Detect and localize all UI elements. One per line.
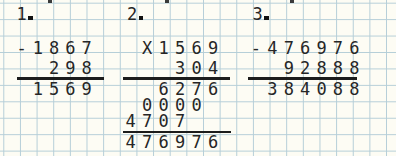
- digit: 6: [155, 135, 172, 150]
- digit: 6: [297, 41, 313, 56]
- digit: 4: [122, 135, 139, 150]
- digit: 7: [188, 135, 205, 150]
- digit: 6: [188, 41, 205, 56]
- digit: 9: [62, 61, 78, 76]
- difference-row: 384088: [264, 82, 362, 97]
- square-period-icon: [139, 16, 144, 21]
- partial-product-3-row: 4707: [122, 114, 188, 129]
- digit: 7: [139, 114, 156, 129]
- graph-paper-worksheet: 1-186729815692X1569304627600004707476976…: [0, 0, 396, 156]
- digit: 8: [346, 61, 362, 76]
- multiplicand-row: X1569: [139, 41, 222, 56]
- digit: 0: [155, 114, 172, 129]
- digit: 3: [264, 82, 280, 97]
- digit: 1: [30, 41, 46, 56]
- digit: 0: [313, 82, 329, 97]
- digit: 9: [281, 61, 297, 76]
- minuend-row: -476976: [248, 41, 363, 56]
- digit: 2: [297, 61, 313, 76]
- digit: 5: [46, 82, 62, 97]
- digit: 8: [330, 61, 346, 76]
- digit: 6: [205, 135, 222, 150]
- digit: 8: [346, 82, 362, 97]
- minus-sign: -: [13, 41, 29, 56]
- rule-line: [123, 77, 231, 79]
- problem-number: 1: [17, 4, 27, 24]
- product-row: 476976: [122, 135, 221, 150]
- digit: 9: [205, 41, 222, 56]
- digit: 4: [264, 41, 280, 56]
- digit: 6: [205, 82, 222, 97]
- digit: 3: [172, 61, 189, 76]
- square-period-icon: [264, 16, 269, 21]
- cutoff-mark-1: [48, 0, 52, 3]
- digit: 9: [78, 82, 94, 97]
- digit: 7: [139, 135, 156, 150]
- problem-label-1: 1: [17, 6, 33, 22]
- minus-sign: -: [248, 41, 264, 56]
- problem-number: 2: [127, 4, 137, 24]
- subtrahend-row: 298: [46, 61, 95, 76]
- multiply-sign: X: [139, 41, 156, 56]
- digit: 4: [122, 114, 139, 129]
- problem-label-2: 2: [127, 6, 143, 22]
- digit: 2: [46, 61, 62, 76]
- problem-label-3: 3: [253, 6, 269, 22]
- digit: 7: [78, 41, 94, 56]
- digit: 4: [297, 82, 313, 97]
- rule-line: [123, 131, 231, 133]
- digit: 8: [313, 61, 329, 76]
- digit: 8: [281, 82, 297, 97]
- digit: 0: [188, 61, 205, 76]
- digit: 6: [346, 41, 362, 56]
- digit: 1: [155, 41, 172, 56]
- digit: 8: [330, 82, 346, 97]
- digit: 8: [78, 61, 94, 76]
- digit: 7: [172, 114, 189, 129]
- rule-line: [248, 77, 357, 79]
- difference-row: 1569: [30, 82, 95, 97]
- digit: 9: [313, 41, 329, 56]
- digit: 7: [330, 41, 346, 56]
- digit: 6: [62, 82, 78, 97]
- cutoff-mark-2: [165, 0, 169, 3]
- digit: 8: [46, 41, 62, 56]
- multiplier-row: 304: [172, 61, 222, 76]
- digit: 9: [172, 135, 189, 150]
- problem-number: 3: [253, 4, 263, 24]
- digit: 0: [188, 98, 205, 113]
- minuend-row: -1867: [13, 41, 94, 56]
- rule-line: [17, 77, 104, 79]
- cutoff-mark-3: [290, 0, 294, 3]
- digit: 7: [281, 41, 297, 56]
- digit: 5: [172, 41, 189, 56]
- subtrahend-row: 92888: [281, 61, 363, 76]
- square-period-icon: [28, 16, 33, 21]
- digit: 4: [205, 61, 222, 76]
- digit: 1: [30, 82, 46, 97]
- digit: 6: [62, 41, 78, 56]
